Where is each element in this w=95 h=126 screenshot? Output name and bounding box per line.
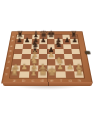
chess-board-3d: ♜♝♛♚♜♟♟♟♟♟♟♟♞♞♝♟♝♟♞♞♟♟♟♟♟♟♟♜♝♛♚♜ abcdefg…: [1, 31, 93, 83]
square-c2: ♟: [29, 65, 38, 71]
square-e5: ♟: [47, 49, 55, 54]
piece-black-queen-d8: ♛: [39, 30, 47, 39]
piece-white-pawn-e4: ♟: [47, 52, 55, 59]
square-f5: [55, 49, 63, 54]
piece-black-rook-a8: ♜: [16, 31, 24, 39]
piece-black-bishop-c8: ♝: [32, 31, 40, 39]
square-b2: ♟: [20, 65, 29, 71]
square-e6: [47, 44, 55, 49]
piece-black-pawn-a7: ♟: [16, 37, 24, 44]
square-e2: [47, 65, 56, 71]
front-fold-seam: [48, 82, 49, 86]
rank-label-1: 1: [2, 71, 10, 77]
piece-black-pawn-e5: ♟: [47, 47, 55, 54]
square-d2: ♟: [38, 65, 47, 71]
piece-black-pawn-c7: ♟: [31, 37, 39, 44]
piece-white-pawn-h2: ♟: [74, 64, 83, 72]
piece-black-pawn-d7: ♟: [39, 37, 47, 44]
piece-white-pawn-b2: ♟: [20, 64, 29, 72]
chess-set-product-photo: ♜♝♛♚♜♟♟♟♟♟♟♟♞♞♝♟♝♟♞♞♟♟♟♟♟♟♟♜♝♛♚♜ abcdefg…: [0, 0, 95, 126]
square-c6: ♞: [31, 44, 39, 49]
square-h2: ♟: [73, 65, 83, 71]
square-b5: [22, 49, 31, 54]
latch-clasp: [86, 51, 90, 54]
square-h6: [71, 44, 80, 49]
square-c5: ♝: [31, 49, 39, 54]
piece-white-pawn-d2: ♟: [38, 64, 47, 72]
board-front-edge: [3, 82, 92, 86]
rank-label-8: 8: [10, 35, 16, 39]
square-d6: [39, 44, 47, 49]
piece-black-rook-h8: ♜: [70, 31, 78, 39]
piece-black-pawn-h7: ♟: [71, 37, 79, 44]
piece-white-pawn-c2: ♟: [29, 64, 38, 72]
chess-board: ♜♝♛♚♜♟♟♟♟♟♟♟♞♞♝♟♝♟♞♞♟♟♟♟♟♟♟♜♝♛♚♜ abcdefg…: [1, 31, 93, 83]
piece-black-pawn-b7: ♟: [23, 37, 31, 44]
piece-white-bishop-c4: ♝: [30, 50, 38, 59]
square-d5: [39, 49, 47, 54]
square-h5: [71, 49, 80, 54]
piece-white-pawn-a2: ♟: [11, 64, 20, 72]
